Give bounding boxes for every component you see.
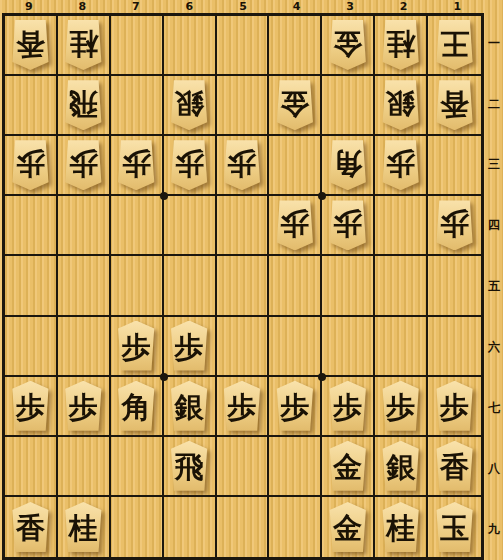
square-5g[interactable]: 歩 [217,377,270,437]
piece-shape: 歩 [220,381,263,431]
piece-shape: 香 [9,20,52,70]
file-labels: 987654321 [2,0,484,13]
piece-kanji: 桂 [69,29,98,58]
sente-piece-3h[interactable]: 金 [326,441,369,491]
piece-kanji: 角 [333,149,362,178]
sente-piece-2h[interactable]: 銀 [379,441,422,491]
piece-kanji: 金 [333,453,362,482]
piece-shape: 歩 [168,140,211,190]
square-6g[interactable]: 銀 [164,377,217,437]
square-4d[interactable]: 歩 [269,196,322,256]
square-9g[interactable]: 歩 [5,377,58,437]
piece-shape: 飛 [168,441,211,491]
piece-shape: 歩 [168,321,211,371]
sente-piece-4g[interactable]: 歩 [273,381,316,431]
star-point [318,373,326,381]
piece-kanji: 飛 [175,453,204,482]
square-9e[interactable] [5,256,58,316]
piece-shape: 歩 [62,140,105,190]
sente-piece-7g[interactable]: 角 [115,381,158,431]
gote-piece-8b[interactable]: 飛 [62,80,105,130]
file-label-8: 8 [56,0,110,13]
piece-kanji: 歩 [227,149,256,178]
square-9h[interactable] [5,437,58,497]
square-7g[interactable]: 角 [111,377,164,437]
square-7h[interactable] [111,437,164,497]
square-4i[interactable] [269,497,322,557]
piece-shape: 歩 [220,140,263,190]
sente-piece-2g[interactable]: 歩 [379,381,422,431]
piece-kanji: 歩 [440,209,469,238]
sente-piece-5g[interactable]: 歩 [220,381,263,431]
piece-kanji: 王 [440,29,469,58]
piece-shape: 銀 [168,80,211,130]
piece-kanji: 玉 [440,514,469,543]
square-6f[interactable]: 歩 [164,317,217,377]
square-5d[interactable] [217,196,270,256]
rank-label-7: 七 [485,378,503,439]
piece-kanji: 歩 [386,393,415,422]
piece-shape: 歩 [433,381,476,431]
square-8i[interactable]: 桂 [58,497,111,557]
file-label-2: 2 [377,0,431,13]
sente-piece-8g[interactable]: 歩 [62,381,105,431]
square-6c[interactable]: 歩 [164,136,217,196]
square-2h[interactable]: 銀 [375,437,428,497]
sente-piece-9i[interactable]: 香 [9,502,52,552]
piece-kanji: 歩 [69,149,98,178]
square-5b[interactable] [217,76,270,136]
piece-shape: 桂 [379,20,422,70]
square-8b[interactable]: 飛 [58,76,111,136]
piece-kanji: 歩 [333,393,362,422]
square-1g[interactable]: 歩 [428,377,481,437]
square-8a[interactable]: 桂 [58,16,111,76]
square-3c[interactable]: 角 [322,136,375,196]
file-label-5: 5 [216,0,270,13]
rank-labels: 一二三四五六七八九 [485,13,503,560]
square-2f[interactable] [375,317,428,377]
square-4a[interactable] [269,16,322,76]
square-6b[interactable]: 銀 [164,76,217,136]
piece-shape: 金 [326,502,369,552]
square-3a[interactable]: 金 [322,16,375,76]
square-4g[interactable]: 歩 [269,377,322,437]
sente-piece-1h[interactable]: 香 [433,441,476,491]
square-2b[interactable]: 銀 [375,76,428,136]
square-7d[interactable] [111,196,164,256]
piece-shape: 玉 [433,502,476,552]
gote-piece-3c[interactable]: 角 [326,140,369,190]
gote-piece-2a[interactable]: 桂 [379,20,422,70]
square-4h[interactable] [269,437,322,497]
sente-piece-6h[interactable]: 飛 [168,441,211,491]
square-2e[interactable] [375,256,428,316]
piece-shape: 歩 [433,200,476,250]
square-8c[interactable]: 歩 [58,136,111,196]
piece-shape: 歩 [115,321,158,371]
sente-piece-7f[interactable]: 歩 [115,321,158,371]
file-label-9: 9 [2,0,56,13]
square-3d[interactable]: 歩 [322,196,375,256]
square-9f[interactable] [5,317,58,377]
piece-kanji: 銀 [175,393,204,422]
piece-shape: 香 [433,80,476,130]
shogi-board-screen: 987654321 一二三四五六七八九 香桂金桂王飛銀金銀香歩歩歩歩歩角歩歩歩歩… [0,0,503,560]
sente-piece-1g[interactable]: 歩 [433,381,476,431]
square-5e[interactable] [217,256,270,316]
square-1c[interactable] [428,136,481,196]
piece-shape: 角 [115,381,158,431]
gote-piece-8a[interactable]: 桂 [62,20,105,70]
gote-piece-2b[interactable]: 銀 [379,80,422,130]
square-1e[interactable] [428,256,481,316]
file-label-3: 3 [323,0,377,13]
sente-piece-6g[interactable]: 銀 [168,381,211,431]
square-1i[interactable]: 玉 [428,497,481,557]
piece-shape: 角 [326,140,369,190]
square-8f[interactable] [58,317,111,377]
piece-kanji: 歩 [333,209,362,238]
piece-kanji: 桂 [386,29,415,58]
sente-piece-2i[interactable]: 桂 [379,502,422,552]
piece-kanji: 歩 [16,149,45,178]
gote-piece-9a[interactable]: 香 [9,20,52,70]
piece-kanji: 飛 [69,89,98,118]
square-7e[interactable] [111,256,164,316]
square-9d[interactable] [5,196,58,256]
piece-shape: 歩 [115,140,158,190]
piece-shape: 歩 [273,200,316,250]
file-label-1: 1 [430,0,484,13]
square-5c[interactable]: 歩 [217,136,270,196]
gote-piece-2c[interactable]: 歩 [379,140,422,190]
square-4c[interactable] [269,136,322,196]
piece-shape: 香 [433,441,476,491]
piece-kanji: 歩 [175,149,204,178]
piece-shape: 王 [433,20,476,70]
piece-shape: 桂 [379,502,422,552]
square-5a[interactable] [217,16,270,76]
piece-kanji: 歩 [122,149,151,178]
gote-piece-3d[interactable]: 歩 [326,200,369,250]
piece-shape: 桂 [62,20,105,70]
piece-kanji: 歩 [227,393,256,422]
square-1h[interactable]: 香 [428,437,481,497]
gote-piece-1a[interactable]: 王 [433,20,476,70]
piece-kanji: 歩 [175,333,204,362]
square-2a[interactable]: 桂 [375,16,428,76]
square-7b[interactable] [111,76,164,136]
square-8e[interactable] [58,256,111,316]
sente-piece-9g[interactable]: 歩 [9,381,52,431]
square-1a[interactable]: 王 [428,16,481,76]
square-5h[interactable] [217,437,270,497]
star-point [160,373,168,381]
square-3b[interactable] [322,76,375,136]
square-3i[interactable]: 金 [322,497,375,557]
square-2i[interactable]: 桂 [375,497,428,557]
square-9i[interactable]: 香 [5,497,58,557]
gote-piece-6c[interactable]: 歩 [168,140,211,190]
piece-kanji: 銀 [175,89,204,118]
piece-shape: 歩 [9,140,52,190]
rank-label-9: 九 [485,499,503,560]
square-3h[interactable]: 金 [322,437,375,497]
piece-kanji: 香 [16,514,45,543]
star-point [318,192,326,200]
rank-label-2: 二 [485,74,503,135]
square-9a[interactable]: 香 [5,16,58,76]
square-3f[interactable] [322,317,375,377]
square-1d[interactable]: 歩 [428,196,481,256]
sente-piece-1i[interactable]: 玉 [433,502,476,552]
square-2d[interactable] [375,196,428,256]
rank-label-8: 八 [485,438,503,499]
rank-label-3: 三 [485,135,503,196]
rank-label-1: 一 [485,13,503,74]
piece-shape: 飛 [62,80,105,130]
square-2c[interactable]: 歩 [375,136,428,196]
square-8d[interactable] [58,196,111,256]
file-label-7: 7 [109,0,163,13]
piece-shape: 金 [273,80,316,130]
gote-piece-6b[interactable]: 銀 [168,80,211,130]
piece-kanji: 歩 [280,209,309,238]
piece-shape: 歩 [273,381,316,431]
square-6e[interactable] [164,256,217,316]
piece-kanji: 銀 [386,453,415,482]
rank-label-6: 六 [485,317,503,378]
board: 香桂金桂王飛銀金銀香歩歩歩歩歩角歩歩歩歩歩歩歩歩角銀歩歩歩歩歩飛金銀香香桂金桂玉 [2,13,484,560]
gote-piece-4d[interactable]: 歩 [273,200,316,250]
piece-kanji: 歩 [440,393,469,422]
square-7f[interactable]: 歩 [111,317,164,377]
square-6a[interactable] [164,16,217,76]
piece-kanji: 香 [16,29,45,58]
rank-label-4: 四 [485,195,503,256]
square-3e[interactable] [322,256,375,316]
square-2g[interactable]: 歩 [375,377,428,437]
sente-piece-8i[interactable]: 桂 [62,502,105,552]
square-1b[interactable]: 香 [428,76,481,136]
square-4e[interactable] [269,256,322,316]
piece-shape: 香 [9,502,52,552]
square-1f[interactable] [428,317,481,377]
sente-piece-6f[interactable]: 歩 [168,321,211,371]
piece-shape: 金 [326,441,369,491]
square-7a[interactable] [111,16,164,76]
piece-kanji: 角 [122,393,151,422]
piece-kanji: 香 [440,453,469,482]
square-5f[interactable] [217,317,270,377]
gote-piece-3a[interactable]: 金 [326,20,369,70]
gote-piece-7c[interactable]: 歩 [115,140,158,190]
sente-piece-3g[interactable]: 歩 [326,381,369,431]
rank-label-5: 五 [485,256,503,317]
piece-kanji: 歩 [69,393,98,422]
file-label-6: 6 [163,0,217,13]
square-7i[interactable] [111,497,164,557]
square-5i[interactable] [217,497,270,557]
square-4b[interactable]: 金 [269,76,322,136]
square-6h[interactable]: 飛 [164,437,217,497]
gote-piece-4b[interactable]: 金 [273,80,316,130]
piece-shape: 歩 [62,381,105,431]
piece-kanji: 歩 [386,149,415,178]
square-9c[interactable]: 歩 [5,136,58,196]
square-3g[interactable]: 歩 [322,377,375,437]
gote-piece-9c[interactable]: 歩 [9,140,52,190]
piece-shape: 歩 [326,381,369,431]
piece-kanji: 歩 [122,333,151,362]
gote-piece-1d[interactable]: 歩 [433,200,476,250]
piece-shape: 歩 [326,200,369,250]
piece-shape: 銀 [168,381,211,431]
sente-piece-3i[interactable]: 金 [326,502,369,552]
square-6d[interactable] [164,196,217,256]
square-9b[interactable] [5,76,58,136]
gote-piece-1b[interactable]: 香 [433,80,476,130]
piece-shape: 金 [326,20,369,70]
piece-shape: 歩 [9,381,52,431]
file-label-4: 4 [270,0,324,13]
piece-kanji: 桂 [386,514,415,543]
piece-kanji: 金 [280,89,309,118]
gote-piece-5c[interactable]: 歩 [220,140,263,190]
piece-kanji: 金 [333,514,362,543]
piece-kanji: 歩 [280,393,309,422]
square-6i[interactable] [164,497,217,557]
gote-piece-8c[interactable]: 歩 [62,140,105,190]
piece-kanji: 桂 [69,514,98,543]
square-7c[interactable]: 歩 [111,136,164,196]
square-4f[interactable] [269,317,322,377]
piece-shape: 桂 [62,502,105,552]
square-8g[interactable]: 歩 [58,377,111,437]
piece-kanji: 香 [440,89,469,118]
piece-shape: 歩 [379,381,422,431]
piece-kanji: 金 [333,29,362,58]
piece-shape: 歩 [379,140,422,190]
piece-kanji: 歩 [16,393,45,422]
square-8h[interactable] [58,437,111,497]
piece-shape: 銀 [379,441,422,491]
star-point [160,192,168,200]
piece-shape: 銀 [379,80,422,130]
piece-kanji: 銀 [386,89,415,118]
